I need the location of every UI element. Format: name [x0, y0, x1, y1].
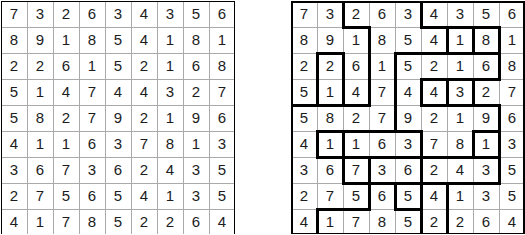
board-outer-border-top [291, 1, 525, 3]
right-cell-r1-c2: 3 [317, 1, 343, 27]
left-cell-r6-c1: 4 [1, 131, 27, 157]
left-cell-r8-c3: 5 [53, 183, 79, 209]
region-border-vertical [498, 26, 501, 55]
region-border-vertical [342, 130, 345, 159]
left-cell-r1-c9: 6 [209, 1, 235, 27]
right-cell-r3-c4: 1 [369, 53, 395, 79]
left-cell-r6-c2: 1 [27, 131, 53, 157]
right-cell-r9-c6: 2 [421, 209, 447, 234]
right-cell-r3-c3: 6 [343, 53, 369, 79]
left-cell-r8-c6: 4 [131, 183, 157, 209]
right-cell-r7-c4: 3 [369, 157, 395, 183]
right-cell-r2-c1: 8 [291, 27, 317, 53]
left-cell-r4-c6: 4 [131, 79, 157, 105]
right-cell-r3-c5: 5 [395, 53, 421, 79]
region-border-vertical [420, 130, 423, 159]
left-cell-r5-c2: 8 [27, 105, 53, 131]
right-cell-r5-c3: 2 [343, 105, 369, 131]
right-cell-r2-c3: 1 [343, 27, 369, 53]
region-border-vertical [342, 52, 345, 81]
right-cell-r3-c6: 2 [421, 53, 447, 79]
left-cell-r5-c9: 6 [209, 105, 235, 131]
right-cell-r5-c2: 8 [317, 105, 343, 131]
region-border-horizontal [342, 130, 371, 133]
region-border-horizontal [420, 182, 449, 185]
left-cell-r2-c3: 1 [53, 27, 79, 53]
right-cell-r6-c2: 1 [317, 131, 343, 157]
left-cell-r3-c7: 1 [157, 53, 183, 79]
left-cell-r7-c9: 5 [209, 157, 235, 183]
right-cell-r9-c7: 2 [447, 209, 473, 234]
region-border-horizontal [394, 208, 423, 211]
region-border-vertical [498, 104, 501, 133]
left-cell-r6-c3: 1 [53, 131, 79, 157]
right-cell-r6-c7: 8 [447, 131, 473, 157]
region-border-vertical [420, 208, 423, 235]
left-cell-r5-c8: 9 [183, 105, 209, 131]
left-cell-r2-c7: 1 [157, 27, 183, 53]
region-border-horizontal [446, 78, 475, 81]
right-cell-r5-c7: 1 [447, 105, 473, 131]
left-cell-r8-c8: 3 [183, 183, 209, 209]
region-border-horizontal [394, 156, 423, 159]
region-border-horizontal [472, 156, 501, 159]
region-border-horizontal [342, 156, 371, 159]
region-border-horizontal [316, 104, 345, 107]
left-cell-r1-c1: 7 [1, 1, 27, 27]
right-cell-r4-c8: 2 [473, 79, 499, 105]
left-cell-r4-c4: 7 [79, 79, 105, 105]
region-border-horizontal [394, 52, 423, 55]
left-cell-r3-c1: 2 [1, 53, 27, 79]
region-border-horizontal [291, 104, 319, 107]
right-cell-r8-c6: 4 [421, 183, 447, 209]
left-cell-r9-c7: 2 [157, 209, 183, 234]
right-cell-r5-c6: 2 [421, 105, 447, 131]
right-cell-r1-c4: 6 [369, 1, 395, 27]
left-cell-r9-c3: 7 [53, 209, 79, 234]
right-cell-r3-c2: 2 [317, 53, 343, 79]
right-cell-r7-c6: 2 [421, 157, 447, 183]
board-outer-border-bottom [1, 234, 235, 235]
left-cell-r4-c1: 5 [1, 79, 27, 105]
left-cell-r9-c4: 8 [79, 209, 105, 234]
left-cell-r1-c4: 6 [79, 1, 105, 27]
left-cell-r8-c7: 1 [157, 183, 183, 209]
left-cell-r4-c5: 4 [105, 79, 131, 105]
left-cell-r5-c6: 2 [131, 105, 157, 131]
left-cell-r1-c6: 4 [131, 1, 157, 27]
region-border-vertical [472, 130, 475, 159]
right-cell-r8-c5: 5 [395, 183, 421, 209]
right-cell-r1-c7: 3 [447, 1, 473, 27]
left-cell-r4-c9: 7 [209, 79, 235, 105]
left-cell-r9-c9: 4 [209, 209, 235, 234]
left-cell-r7-c2: 6 [27, 157, 53, 183]
region-border-vertical [368, 78, 371, 107]
left-cell-r1-c8: 5 [183, 1, 209, 27]
left-cell-r5-c1: 5 [1, 105, 27, 131]
region-border-vertical [342, 78, 345, 107]
region-border-vertical [342, 156, 345, 185]
right-cell-r4-c5: 4 [395, 79, 421, 105]
region-border-vertical [394, 104, 397, 133]
region-border-horizontal [394, 130, 423, 133]
region-border-horizontal [342, 208, 371, 211]
right-cell-r4-c1: 5 [291, 79, 317, 105]
region-border-horizontal [368, 182, 397, 185]
left-cell-r6-c4: 6 [79, 131, 105, 157]
region-border-vertical [446, 78, 449, 107]
left-cell-r4-c3: 4 [53, 79, 79, 105]
region-border-horizontal [342, 26, 371, 29]
region-border-vertical [420, 156, 423, 185]
right-cell-r9-c5: 5 [395, 209, 421, 234]
right-cell-r2-c9: 1 [499, 27, 525, 53]
right-cell-r3-c8: 6 [473, 53, 499, 79]
region-border-horizontal [472, 52, 501, 55]
region-border-horizontal [446, 26, 475, 29]
right-cell-r6-c4: 6 [369, 131, 395, 157]
left-cell-r7-c6: 2 [131, 157, 157, 183]
left-cell-r5-c3: 2 [53, 105, 79, 131]
right-cell-r8-c4: 6 [369, 183, 395, 209]
right-cell-r4-c7: 3 [447, 79, 473, 105]
left-cell-r9-c1: 4 [1, 209, 27, 234]
right-cell-r6-c3: 1 [343, 131, 369, 157]
right-cell-r5-c4: 7 [369, 105, 395, 131]
left-cell-r3-c9: 8 [209, 53, 235, 79]
board-outer-border-right [234, 1, 235, 234]
region-border-vertical [446, 182, 449, 211]
puzzle-screenshot: { "game": "9x9 number-grid region-divisi… [0, 0, 525, 235]
right-cell-r9-c9: 4 [499, 209, 525, 234]
right-cell-r7-c7: 4 [447, 157, 473, 183]
right-cell-r2-c2: 9 [317, 27, 343, 53]
left-cell-r2-c6: 4 [131, 27, 157, 53]
left-cell-r2-c4: 8 [79, 27, 105, 53]
left-cell-r6-c8: 1 [183, 131, 209, 157]
board-outer-border-top [1, 1, 235, 2]
left-cell-r9-c8: 6 [183, 209, 209, 234]
left-plain-number-grid: 7326343568918541812261521685147443275827… [1, 1, 235, 234]
region-border-vertical [472, 26, 475, 55]
region-border-horizontal [316, 52, 345, 55]
left-cell-r2-c5: 5 [105, 27, 131, 53]
left-cell-r9-c5: 5 [105, 209, 131, 234]
region-border-horizontal [472, 182, 501, 185]
region-border-vertical [368, 26, 371, 55]
region-border-horizontal [420, 156, 449, 159]
right-cell-r1-c8: 5 [473, 1, 499, 27]
region-border-vertical [394, 52, 397, 81]
left-cell-r4-c2: 1 [27, 79, 53, 105]
right-cell-r8-c7: 1 [447, 183, 473, 209]
left-cell-r3-c3: 6 [53, 53, 79, 79]
right-cell-r2-c6: 4 [421, 27, 447, 53]
left-cell-r3-c5: 5 [105, 53, 131, 79]
left-cell-r7-c8: 3 [183, 157, 209, 183]
left-cell-r5-c4: 7 [79, 105, 105, 131]
left-cell-r7-c5: 6 [105, 157, 131, 183]
region-border-horizontal [316, 208, 345, 211]
region-border-horizontal [446, 156, 475, 159]
left-cell-r6-c7: 8 [157, 131, 183, 157]
region-border-horizontal [394, 182, 423, 185]
left-cell-r1-c7: 3 [157, 1, 183, 27]
right-cell-r6-c5: 3 [395, 131, 421, 157]
left-cell-r8-c2: 7 [27, 183, 53, 209]
region-border-vertical [368, 182, 371, 211]
right-cell-r6-c9: 3 [499, 131, 525, 157]
right-cell-r6-c6: 7 [421, 131, 447, 157]
right-cell-r4-c6: 4 [421, 79, 447, 105]
right-cell-r1-c9: 6 [499, 1, 525, 27]
region-border-horizontal [420, 26, 449, 29]
right-cell-r9-c2: 1 [317, 209, 343, 234]
right-cell-r5-c9: 6 [499, 105, 525, 131]
right-cell-r5-c5: 9 [395, 105, 421, 131]
region-border-horizontal [420, 52, 449, 55]
board-outer-border-left [1, 1, 2, 234]
left-cell-r3-c4: 1 [79, 53, 105, 79]
left-cell-r1-c2: 3 [27, 1, 53, 27]
region-border-horizontal [342, 182, 371, 185]
left-cell-r6-c9: 3 [209, 131, 235, 157]
region-border-horizontal [368, 156, 397, 159]
right-cell-r3-c1: 2 [291, 53, 317, 79]
right-cell-r8-c8: 3 [473, 183, 499, 209]
region-border-vertical [316, 208, 319, 235]
region-border-vertical [472, 78, 475, 107]
left-cell-r2-c8: 8 [183, 27, 209, 53]
left-cell-r4-c7: 3 [157, 79, 183, 105]
board-outer-border-bottom [291, 233, 525, 235]
left-cell-r4-c8: 2 [183, 79, 209, 105]
region-border-horizontal [316, 130, 345, 133]
region-border-horizontal [472, 130, 501, 133]
region-border-vertical [394, 78, 397, 107]
right-cell-r4-c4: 7 [369, 79, 395, 105]
right-cell-r1-c5: 3 [395, 1, 421, 27]
region-border-vertical [498, 156, 501, 185]
board-outer-border-left [291, 1, 293, 234]
region-border-horizontal [472, 104, 501, 107]
left-cell-r7-c1: 3 [1, 157, 27, 183]
right-cell-r9-c8: 6 [473, 209, 499, 234]
left-cell-r8-c4: 6 [79, 183, 105, 209]
left-cell-r5-c5: 9 [105, 105, 131, 131]
right-cell-r9-c4: 8 [369, 209, 395, 234]
right-cell-r1-c1: 7 [291, 1, 317, 27]
region-border-vertical [446, 208, 449, 235]
region-border-horizontal [368, 130, 397, 133]
right-cell-r2-c5: 5 [395, 27, 421, 53]
left-cell-r8-c5: 5 [105, 183, 131, 209]
left-cell-r6-c6: 7 [131, 131, 157, 157]
region-border-horizontal [446, 182, 475, 185]
left-cell-r7-c4: 3 [79, 157, 105, 183]
region-border-horizontal [420, 104, 449, 107]
region-border-horizontal [420, 78, 449, 81]
region-border-vertical [498, 52, 501, 81]
right-cell-r2-c4: 8 [369, 27, 395, 53]
region-border-vertical [420, 182, 423, 211]
left-cell-r6-c5: 3 [105, 131, 131, 157]
left-cell-r3-c6: 2 [131, 53, 157, 79]
right-cell-r4-c3: 4 [343, 79, 369, 105]
left-cell-r2-c1: 8 [1, 27, 27, 53]
left-cell-r3-c8: 6 [183, 53, 209, 79]
region-border-vertical [394, 182, 397, 211]
region-border-vertical [316, 130, 319, 159]
right-cell-r6-c8: 1 [473, 131, 499, 157]
right-cell-r1-c3: 2 [343, 1, 369, 27]
region-border-horizontal [446, 52, 475, 55]
left-cell-r3-c2: 2 [27, 53, 53, 79]
right-cell-r2-c8: 8 [473, 27, 499, 53]
right-cell-r2-c7: 1 [447, 27, 473, 53]
right-cell-r8-c9: 5 [499, 183, 525, 209]
region-border-vertical [368, 156, 371, 185]
right-cell-r7-c2: 6 [317, 157, 343, 183]
region-border-vertical [420, 1, 423, 29]
region-border-horizontal [316, 156, 345, 159]
region-border-vertical [316, 78, 319, 107]
region-border-vertical [446, 26, 449, 55]
right-cell-r5-c8: 9 [473, 105, 499, 131]
right-cell-r8-c2: 7 [317, 183, 343, 209]
left-cell-r5-c7: 1 [157, 105, 183, 131]
left-cell-r8-c1: 2 [1, 183, 27, 209]
left-cell-r2-c9: 1 [209, 27, 235, 53]
region-border-horizontal [472, 78, 501, 81]
right-cell-r3-c9: 8 [499, 53, 525, 79]
right-cell-r8-c3: 5 [343, 183, 369, 209]
right-cell-r1-c6: 4 [421, 1, 447, 27]
left-cell-r7-c7: 4 [157, 157, 183, 183]
left-cell-r9-c6: 2 [131, 209, 157, 234]
region-border-vertical [342, 1, 345, 29]
left-cell-r7-c3: 7 [53, 157, 79, 183]
right-cell-r4-c2: 1 [317, 79, 343, 105]
right-cell-r9-c3: 7 [343, 209, 369, 234]
left-cell-r9-c2: 1 [27, 209, 53, 234]
region-border-vertical [420, 78, 423, 107]
region-border-vertical [316, 52, 319, 81]
right-cell-r5-c1: 5 [291, 105, 317, 131]
region-border-horizontal [342, 104, 371, 107]
right-cell-r7-c1: 3 [291, 157, 317, 183]
right-cell-r6-c1: 4 [291, 131, 317, 157]
right-cell-r7-c8: 3 [473, 157, 499, 183]
left-cell-r8-c9: 5 [209, 183, 235, 209]
region-border-horizontal [446, 104, 475, 107]
right-solution-region-grid: 7326343568918541812261521685147443275827… [291, 1, 525, 234]
right-cell-r7-c9: 5 [499, 157, 525, 183]
right-cell-r4-c9: 7 [499, 79, 525, 105]
right-cell-r8-c1: 2 [291, 183, 317, 209]
left-cell-r2-c2: 9 [27, 27, 53, 53]
right-cell-r9-c1: 4 [291, 209, 317, 234]
region-border-vertical [498, 130, 501, 159]
right-cell-r3-c7: 1 [447, 53, 473, 79]
left-cell-r1-c3: 2 [53, 1, 79, 27]
left-cell-r1-c5: 3 [105, 1, 131, 27]
region-border-horizontal [472, 26, 501, 29]
region-border-vertical [368, 52, 371, 81]
right-cell-r7-c3: 7 [343, 157, 369, 183]
right-cell-r7-c5: 6 [395, 157, 421, 183]
